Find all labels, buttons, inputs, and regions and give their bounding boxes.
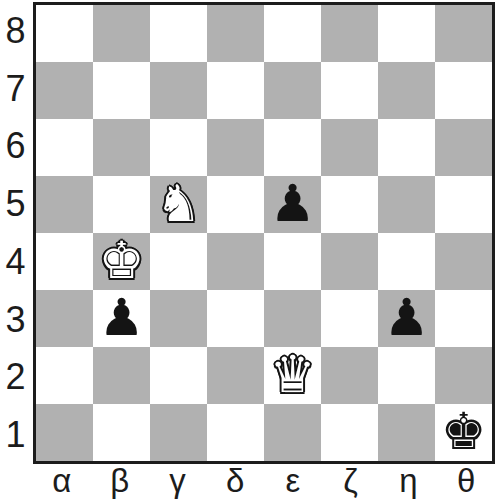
square-h1[interactable]: ♚ <box>435 404 492 461</box>
square-b4[interactable]: ♚ <box>93 233 150 290</box>
square-e7[interactable] <box>264 62 321 119</box>
square-c7[interactable] <box>150 62 207 119</box>
square-c2[interactable] <box>150 347 207 404</box>
square-c6[interactable] <box>150 119 207 176</box>
square-e5[interactable]: ♟ <box>264 176 321 233</box>
square-d8[interactable] <box>207 5 264 62</box>
rank-label-8: 8 <box>0 2 31 60</box>
white-queen[interactable]: ♛ <box>270 349 316 400</box>
file-label-f: ζ <box>322 464 380 498</box>
rank-label-4: 4 <box>0 233 31 291</box>
rank-label-2: 2 <box>0 349 31 407</box>
square-f6[interactable] <box>321 119 378 176</box>
square-h6[interactable] <box>435 119 492 176</box>
square-b5[interactable] <box>93 176 150 233</box>
rank-labels: 87654321 <box>0 2 31 464</box>
square-a8[interactable] <box>36 5 93 62</box>
square-g4[interactable] <box>378 233 435 290</box>
square-a1[interactable] <box>36 404 93 461</box>
square-a6[interactable] <box>36 119 93 176</box>
square-h7[interactable] <box>435 62 492 119</box>
square-f3[interactable] <box>321 290 378 347</box>
square-a3[interactable] <box>36 290 93 347</box>
square-a4[interactable] <box>36 233 93 290</box>
square-b1[interactable] <box>93 404 150 461</box>
file-label-d: δ <box>206 464 264 498</box>
square-g6[interactable] <box>378 119 435 176</box>
file-labels: αβγδεζηθ <box>33 464 495 498</box>
square-e3[interactable] <box>264 290 321 347</box>
square-g7[interactable] <box>378 62 435 119</box>
square-h8[interactable] <box>435 5 492 62</box>
black-pawn[interactable]: ♟ <box>99 292 145 343</box>
square-e1[interactable] <box>264 404 321 461</box>
white-king[interactable]: ♚ <box>99 235 145 286</box>
square-g8[interactable] <box>378 5 435 62</box>
file-label-h: θ <box>437 464 495 498</box>
square-a2[interactable] <box>36 347 93 404</box>
file-label-c: γ <box>149 464 207 498</box>
chess-board: ♞♟♚♟♟♛♚ <box>33 2 495 464</box>
square-c8[interactable] <box>150 5 207 62</box>
square-c4[interactable] <box>150 233 207 290</box>
rank-label-1: 1 <box>0 406 31 464</box>
black-pawn[interactable]: ♟ <box>270 178 316 229</box>
rank-label-5: 5 <box>0 175 31 233</box>
file-label-a: α <box>33 464 91 498</box>
square-f2[interactable] <box>321 347 378 404</box>
square-a5[interactable] <box>36 176 93 233</box>
chess-diagram: 87654321 ♞♟♚♟♟♛♚ αβγδεζηθ <box>0 0 500 500</box>
square-e4[interactable] <box>264 233 321 290</box>
square-c3[interactable] <box>150 290 207 347</box>
square-g2[interactable] <box>378 347 435 404</box>
square-e2[interactable]: ♛ <box>264 347 321 404</box>
square-c1[interactable] <box>150 404 207 461</box>
square-b6[interactable] <box>93 119 150 176</box>
square-e6[interactable] <box>264 119 321 176</box>
square-b8[interactable] <box>93 5 150 62</box>
square-f4[interactable] <box>321 233 378 290</box>
square-h3[interactable] <box>435 290 492 347</box>
file-label-g: η <box>380 464 438 498</box>
square-f8[interactable] <box>321 5 378 62</box>
square-d7[interactable] <box>207 62 264 119</box>
square-d1[interactable] <box>207 404 264 461</box>
square-e8[interactable] <box>264 5 321 62</box>
square-c5[interactable]: ♞ <box>150 176 207 233</box>
square-b2[interactable] <box>93 347 150 404</box>
square-a7[interactable] <box>36 62 93 119</box>
square-d6[interactable] <box>207 119 264 176</box>
square-g5[interactable] <box>378 176 435 233</box>
square-h2[interactable] <box>435 347 492 404</box>
square-f5[interactable] <box>321 176 378 233</box>
square-d2[interactable] <box>207 347 264 404</box>
square-b7[interactable] <box>93 62 150 119</box>
file-label-e: ε <box>264 464 322 498</box>
square-h4[interactable] <box>435 233 492 290</box>
file-label-b: β <box>91 464 149 498</box>
rank-label-7: 7 <box>0 60 31 118</box>
rank-label-3: 3 <box>0 291 31 349</box>
square-d3[interactable] <box>207 290 264 347</box>
square-b3[interactable]: ♟ <box>93 290 150 347</box>
black-pawn[interactable]: ♟ <box>384 292 430 343</box>
white-knight[interactable]: ♞ <box>156 178 202 229</box>
black-king[interactable]: ♚ <box>441 406 487 457</box>
square-f1[interactable] <box>321 404 378 461</box>
square-g1[interactable] <box>378 404 435 461</box>
rank-label-6: 6 <box>0 118 31 176</box>
square-h5[interactable] <box>435 176 492 233</box>
square-d4[interactable] <box>207 233 264 290</box>
square-d5[interactable] <box>207 176 264 233</box>
square-g3[interactable]: ♟ <box>378 290 435 347</box>
square-f7[interactable] <box>321 62 378 119</box>
